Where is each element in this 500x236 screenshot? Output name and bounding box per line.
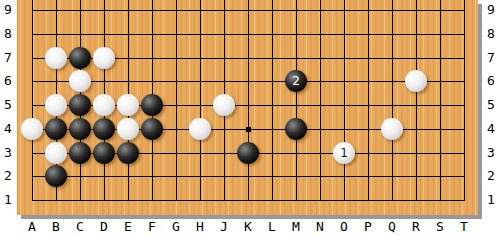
intersection-A3[interactable] <box>20 141 44 165</box>
intersection-R1[interactable] <box>404 188 428 212</box>
intersection-S5[interactable] <box>428 93 452 117</box>
intersection-grid: 21 <box>20 0 476 212</box>
white-stone-B7[interactable] <box>45 47 67 69</box>
intersection-O9[interactable] <box>332 0 356 22</box>
intersection-P5[interactable] <box>356 93 380 117</box>
intersection-O5[interactable] <box>332 93 356 117</box>
intersection-F5[interactable] <box>140 93 164 117</box>
white-stone-E5[interactable] <box>117 94 139 116</box>
intersection-R5[interactable] <box>404 93 428 117</box>
black-stone-B4[interactable] <box>45 118 67 140</box>
intersection-O7[interactable] <box>332 46 356 70</box>
intersection-K7[interactable] <box>236 46 260 70</box>
intersection-L2[interactable] <box>260 164 284 188</box>
intersection-R8[interactable] <box>404 22 428 46</box>
intersection-P9[interactable] <box>356 0 380 22</box>
intersection-T3[interactable] <box>452 141 476 165</box>
column-label-S: S <box>432 220 448 234</box>
intersection-R3[interactable] <box>404 141 428 165</box>
black-stone-D4[interactable] <box>93 118 115 140</box>
intersection-A9[interactable] <box>20 0 44 22</box>
row-label-right-1: 1 <box>483 193 499 207</box>
intersection-C4[interactable] <box>68 117 92 141</box>
column-label-P: P <box>360 220 376 234</box>
intersection-K1[interactable] <box>236 188 260 212</box>
intersection-E2[interactable] <box>116 164 140 188</box>
row-label-right-8: 8 <box>483 27 499 41</box>
intersection-E8[interactable] <box>116 22 140 46</box>
intersection-Q6[interactable] <box>380 69 404 93</box>
row-label-right-4: 4 <box>483 122 499 136</box>
intersection-M7[interactable] <box>284 46 308 70</box>
black-stone-C7[interactable] <box>69 47 91 69</box>
intersection-B5[interactable] <box>44 93 68 117</box>
row-label-left-3: 3 <box>0 146 16 160</box>
intersection-R4[interactable] <box>404 117 428 141</box>
intersection-M5[interactable] <box>284 93 308 117</box>
column-label-T: T <box>456 220 472 234</box>
intersection-D3[interactable] <box>92 141 116 165</box>
intersection-K2[interactable] <box>236 164 260 188</box>
intersection-Q2[interactable] <box>380 164 404 188</box>
intersection-Q7[interactable] <box>380 46 404 70</box>
intersection-A8[interactable] <box>20 22 44 46</box>
column-label-L: L <box>264 220 280 234</box>
intersection-K8[interactable] <box>236 22 260 46</box>
intersection-T6[interactable] <box>452 69 476 93</box>
intersection-G2[interactable] <box>164 164 188 188</box>
row-label-left-2: 2 <box>0 169 16 183</box>
intersection-T5[interactable] <box>452 93 476 117</box>
intersection-D4[interactable] <box>92 117 116 141</box>
intersection-E1[interactable] <box>116 188 140 212</box>
intersection-H6[interactable] <box>188 69 212 93</box>
black-stone-K3[interactable] <box>237 142 259 164</box>
intersection-S9[interactable] <box>428 0 452 22</box>
intersection-K9[interactable] <box>236 0 260 22</box>
row-label-left-4: 4 <box>0 122 16 136</box>
row-label-right-9: 9 <box>483 3 499 17</box>
intersection-A5[interactable] <box>20 93 44 117</box>
row-label-right-5: 5 <box>483 98 499 112</box>
intersection-N7[interactable] <box>308 46 332 70</box>
intersection-P3[interactable] <box>356 141 380 165</box>
row-label-right-2: 2 <box>483 169 499 183</box>
intersection-N2[interactable] <box>308 164 332 188</box>
intersection-O3[interactable]: 1 <box>332 141 356 165</box>
column-label-C: C <box>72 220 88 234</box>
intersection-Q4[interactable] <box>380 117 404 141</box>
intersection-P4[interactable] <box>356 117 380 141</box>
intersection-J6[interactable] <box>212 69 236 93</box>
black-stone-C3[interactable] <box>69 142 91 164</box>
intersection-S4[interactable] <box>428 117 452 141</box>
row-label-left-6: 6 <box>0 74 16 88</box>
intersection-G5[interactable] <box>164 93 188 117</box>
intersection-L4[interactable] <box>260 117 284 141</box>
white-stone-H4[interactable] <box>189 118 211 140</box>
intersection-O1[interactable] <box>332 188 356 212</box>
intersection-N1[interactable] <box>308 188 332 212</box>
intersection-L3[interactable] <box>260 141 284 165</box>
intersection-M1[interactable] <box>284 188 308 212</box>
intersection-B9[interactable] <box>44 0 68 22</box>
intersection-J1[interactable] <box>212 188 236 212</box>
intersection-E5[interactable] <box>116 93 140 117</box>
intersection-Q5[interactable] <box>380 93 404 117</box>
intersection-G7[interactable] <box>164 46 188 70</box>
intersection-E3[interactable] <box>116 141 140 165</box>
intersection-T9[interactable] <box>452 0 476 22</box>
intersection-S6[interactable] <box>428 69 452 93</box>
intersection-H1[interactable] <box>188 188 212 212</box>
intersection-T4[interactable] <box>452 117 476 141</box>
intersection-A4[interactable] <box>20 117 44 141</box>
intersection-A1[interactable] <box>20 188 44 212</box>
column-label-J: J <box>216 220 232 234</box>
intersection-M4[interactable] <box>284 117 308 141</box>
black-stone-F5[interactable] <box>141 94 163 116</box>
row-label-left-5: 5 <box>0 98 16 112</box>
intersection-H8[interactable] <box>188 22 212 46</box>
intersection-K5[interactable] <box>236 93 260 117</box>
intersection-P6[interactable] <box>356 69 380 93</box>
intersection-F2[interactable] <box>140 164 164 188</box>
intersection-L6[interactable] <box>260 69 284 93</box>
intersection-S1[interactable] <box>428 188 452 212</box>
white-stone-O3[interactable]: 1 <box>333 142 355 164</box>
intersection-H9[interactable] <box>188 0 212 22</box>
intersection-E6[interactable] <box>116 69 140 93</box>
intersection-K6[interactable] <box>236 69 260 93</box>
intersection-Q8[interactable] <box>380 22 404 46</box>
intersection-B4[interactable] <box>44 117 68 141</box>
intersection-P1[interactable] <box>356 188 380 212</box>
intersection-N5[interactable] <box>308 93 332 117</box>
column-label-E: E <box>120 220 136 234</box>
intersection-A6[interactable] <box>20 69 44 93</box>
intersection-G1[interactable] <box>164 188 188 212</box>
intersection-D6[interactable] <box>92 69 116 93</box>
intersection-A7[interactable] <box>20 46 44 70</box>
intersection-B2[interactable] <box>44 164 68 188</box>
column-label-R: R <box>408 220 424 234</box>
white-stone-C6[interactable] <box>69 70 91 92</box>
intersection-R9[interactable] <box>404 0 428 22</box>
intersection-C2[interactable] <box>68 164 92 188</box>
white-stone-R6[interactable] <box>405 70 427 92</box>
black-stone-C5[interactable] <box>69 94 91 116</box>
intersection-M2[interactable] <box>284 164 308 188</box>
intersection-N8[interactable] <box>308 22 332 46</box>
black-stone-F4[interactable] <box>141 118 163 140</box>
go-board-diagram: 21 998877665544332211ABCDEFGHJKLMNOPQRST <box>0 0 500 236</box>
white-stone-D7[interactable] <box>93 47 115 69</box>
intersection-K3[interactable] <box>236 141 260 165</box>
intersection-G3[interactable] <box>164 141 188 165</box>
white-stone-E4[interactable] <box>117 118 139 140</box>
intersection-R2[interactable] <box>404 164 428 188</box>
intersection-T7[interactable] <box>452 46 476 70</box>
intersection-R7[interactable] <box>404 46 428 70</box>
intersection-L8[interactable] <box>260 22 284 46</box>
column-label-A: A <box>24 220 40 234</box>
intersection-C8[interactable] <box>68 22 92 46</box>
intersection-Q1[interactable] <box>380 188 404 212</box>
intersection-N3[interactable] <box>308 141 332 165</box>
black-stone-E3[interactable] <box>117 142 139 164</box>
column-label-D: D <box>96 220 112 234</box>
intersection-J8[interactable] <box>212 22 236 46</box>
intersection-J3[interactable] <box>212 141 236 165</box>
white-stone-A4[interactable] <box>21 118 43 140</box>
column-label-O: O <box>336 220 352 234</box>
intersection-Q9[interactable] <box>380 0 404 22</box>
black-stone-M4[interactable] <box>285 118 307 140</box>
row-label-left-9: 9 <box>0 3 16 17</box>
intersection-B6[interactable] <box>44 69 68 93</box>
intersection-C3[interactable] <box>68 141 92 165</box>
intersection-J5[interactable] <box>212 93 236 117</box>
intersection-J2[interactable] <box>212 164 236 188</box>
move-number-label: 1 <box>340 147 348 159</box>
intersection-N9[interactable] <box>308 0 332 22</box>
intersection-D8[interactable] <box>92 22 116 46</box>
white-stone-Q4[interactable] <box>381 118 403 140</box>
intersection-P7[interactable] <box>356 46 380 70</box>
column-label-N: N <box>312 220 328 234</box>
intersection-F1[interactable] <box>140 188 164 212</box>
intersection-F7[interactable] <box>140 46 164 70</box>
row-label-left-8: 8 <box>0 27 16 41</box>
black-stone-B2[interactable] <box>45 165 67 187</box>
white-stone-B3[interactable] <box>45 142 67 164</box>
column-label-H: H <box>192 220 208 234</box>
intersection-T8[interactable] <box>452 22 476 46</box>
row-label-left-1: 1 <box>0 193 16 207</box>
intersection-G6[interactable] <box>164 69 188 93</box>
intersection-G9[interactable] <box>164 0 188 22</box>
intersection-B3[interactable] <box>44 141 68 165</box>
black-stone-C4[interactable] <box>69 118 91 140</box>
intersection-H3[interactable] <box>188 141 212 165</box>
intersection-L1[interactable] <box>260 188 284 212</box>
intersection-K4[interactable] <box>236 117 260 141</box>
intersection-P2[interactable] <box>356 164 380 188</box>
intersection-H4[interactable] <box>188 117 212 141</box>
intersection-D7[interactable] <box>92 46 116 70</box>
intersection-J4[interactable] <box>212 117 236 141</box>
intersection-S7[interactable] <box>428 46 452 70</box>
intersection-M6[interactable]: 2 <box>284 69 308 93</box>
intersection-R6[interactable] <box>404 69 428 93</box>
intersection-E7[interactable] <box>116 46 140 70</box>
intersection-D5[interactable] <box>92 93 116 117</box>
intersection-B8[interactable] <box>44 22 68 46</box>
intersection-S8[interactable] <box>428 22 452 46</box>
intersection-O4[interactable] <box>332 117 356 141</box>
intersection-B1[interactable] <box>44 188 68 212</box>
intersection-F8[interactable] <box>140 22 164 46</box>
intersection-D1[interactable] <box>92 188 116 212</box>
intersection-C9[interactable] <box>68 0 92 22</box>
intersection-T2[interactable] <box>452 164 476 188</box>
intersection-H2[interactable] <box>188 164 212 188</box>
intersection-L7[interactable] <box>260 46 284 70</box>
intersection-N6[interactable] <box>308 69 332 93</box>
row-label-right-6: 6 <box>483 74 499 88</box>
row-label-right-3: 3 <box>483 146 499 160</box>
intersection-F9[interactable] <box>140 0 164 22</box>
intersection-E9[interactable] <box>116 0 140 22</box>
move-number-label: 2 <box>292 75 300 87</box>
intersection-P8[interactable] <box>356 22 380 46</box>
black-stone-M6[interactable]: 2 <box>285 70 307 92</box>
column-label-Q: Q <box>384 220 400 234</box>
intersection-C6[interactable] <box>68 69 92 93</box>
intersection-S2[interactable] <box>428 164 452 188</box>
intersection-H7[interactable] <box>188 46 212 70</box>
intersection-M9[interactable] <box>284 0 308 22</box>
intersection-L5[interactable] <box>260 93 284 117</box>
intersection-J9[interactable] <box>212 0 236 22</box>
intersection-M8[interactable] <box>284 22 308 46</box>
row-label-left-7: 7 <box>0 51 16 65</box>
white-stone-D5[interactable] <box>93 94 115 116</box>
intersection-D2[interactable] <box>92 164 116 188</box>
intersection-T1[interactable] <box>452 188 476 212</box>
intersection-C7[interactable] <box>68 46 92 70</box>
intersection-D9[interactable] <box>92 0 116 22</box>
column-label-M: M <box>288 220 304 234</box>
intersection-J7[interactable] <box>212 46 236 70</box>
intersection-G8[interactable] <box>164 22 188 46</box>
column-label-B: B <box>48 220 64 234</box>
white-stone-J5[interactable] <box>213 94 235 116</box>
column-label-K: K <box>240 220 256 234</box>
intersection-N4[interactable] <box>308 117 332 141</box>
intersection-B7[interactable] <box>44 46 68 70</box>
intersection-S3[interactable] <box>428 141 452 165</box>
intersection-E4[interactable] <box>116 117 140 141</box>
black-stone-D3[interactable] <box>93 142 115 164</box>
intersection-G4[interactable] <box>164 117 188 141</box>
intersection-Q3[interactable] <box>380 141 404 165</box>
row-label-right-7: 7 <box>483 51 499 65</box>
column-label-F: F <box>144 220 160 234</box>
intersection-O2[interactable] <box>332 164 356 188</box>
white-stone-B5[interactable] <box>45 94 67 116</box>
intersection-A2[interactable] <box>20 164 44 188</box>
intersection-F3[interactable] <box>140 141 164 165</box>
intersection-H5[interactable] <box>188 93 212 117</box>
intersection-O8[interactable] <box>332 22 356 46</box>
column-label-G: G <box>168 220 184 234</box>
intersection-O6[interactable] <box>332 69 356 93</box>
intersection-C5[interactable] <box>68 93 92 117</box>
intersection-C1[interactable] <box>68 188 92 212</box>
intersection-M3[interactable] <box>284 141 308 165</box>
intersection-F6[interactable] <box>140 69 164 93</box>
intersection-F4[interactable] <box>140 117 164 141</box>
intersection-L9[interactable] <box>260 0 284 22</box>
